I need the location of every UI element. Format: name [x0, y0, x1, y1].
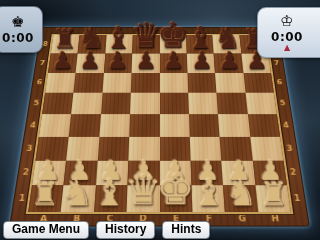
file-label-g: G: [225, 212, 259, 227]
piece-white-rook[interactable]: ♜: [30, 179, 59, 211]
square-c4[interactable]: [99, 114, 130, 136]
square-a5[interactable]: [42, 93, 74, 114]
square-f1[interactable]: ♝: [191, 185, 225, 212]
square-c5[interactable]: [101, 93, 131, 114]
turn-indicator-icon: ▲: [284, 45, 290, 51]
square-b5[interactable]: [71, 93, 102, 114]
rank-label-6: 6: [271, 73, 288, 93]
piece-white-knight[interactable]: ♞: [62, 175, 94, 211]
square-d6[interactable]: [131, 73, 160, 93]
square-e4[interactable]: [160, 114, 190, 136]
piece-white-bishop[interactable]: ♝: [94, 174, 127, 211]
square-f5[interactable]: [188, 93, 218, 114]
piece-white-knight[interactable]: ♞: [225, 175, 257, 211]
square-h6[interactable]: [243, 73, 274, 93]
bottom-menu-bar: Game Menu History Hints: [3, 221, 210, 239]
square-e7[interactable]: ♟: [160, 53, 188, 72]
square-f6[interactable]: [187, 73, 216, 93]
square-e5[interactable]: [160, 93, 189, 114]
square-d5[interactable]: [130, 93, 159, 114]
piece-white-king[interactable]: ♚: [157, 169, 195, 211]
white-king-icon: ♔: [280, 14, 293, 29]
piece-black-pawn[interactable]: ♟: [135, 48, 156, 72]
square-h4[interactable]: [248, 114, 281, 136]
square-h5[interactable]: [245, 93, 277, 114]
square-d4[interactable]: [129, 114, 159, 136]
white-clock-time: 0:00: [271, 30, 303, 44]
square-a1[interactable]: ♜: [28, 185, 64, 212]
board-scene: 87654321 87654321 ABCDEFGH ♜♞♝♛♚♝♞♜♟♟♟♟♟…: [27, 0, 292, 235]
square-b1[interactable]: ♞: [61, 185, 96, 212]
square-f7[interactable]: ♟: [187, 53, 216, 72]
square-c6[interactable]: [102, 73, 131, 93]
square-d7[interactable]: ♟: [132, 53, 160, 72]
square-c7[interactable]: ♟: [104, 53, 133, 72]
file-label-h: H: [258, 212, 293, 227]
game-menu-button[interactable]: Game Menu: [3, 221, 89, 239]
square-e1[interactable]: ♚: [160, 185, 193, 212]
history-button[interactable]: History: [96, 221, 155, 239]
piece-black-pawn[interactable]: ♟: [51, 48, 72, 72]
piece-black-pawn[interactable]: ♟: [218, 48, 239, 72]
square-d1[interactable]: ♛: [127, 185, 160, 212]
board-grid[interactable]: ♜♞♝♛♚♝♞♜♟♟♟♟♟♟♟♟♟♟♟♟♟♟♟♟♜♞♝♛♚♝♞♜: [28, 35, 291, 212]
square-c1[interactable]: ♝: [94, 185, 128, 212]
piece-black-pawn[interactable]: ♟: [163, 48, 184, 72]
piece-black-pawn[interactable]: ♟: [191, 48, 212, 72]
square-g5[interactable]: [217, 93, 248, 114]
square-g1[interactable]: ♞: [223, 185, 258, 212]
square-b4[interactable]: [69, 114, 101, 136]
piece-black-pawn[interactable]: ♟: [79, 48, 100, 72]
square-a6[interactable]: [45, 73, 76, 93]
square-b7[interactable]: ♟: [76, 53, 105, 72]
black-king-icon: ♚: [11, 15, 24, 30]
piece-white-rook[interactable]: ♜: [260, 179, 289, 211]
square-b6[interactable]: [74, 73, 104, 93]
square-a4[interactable]: [39, 114, 72, 136]
white-clock: ♔ 0:00 ▲: [257, 7, 320, 58]
square-h1[interactable]: ♜: [255, 185, 291, 212]
square-g7[interactable]: ♟: [214, 53, 243, 72]
piece-white-bishop[interactable]: ♝: [192, 174, 225, 211]
square-f4[interactable]: [189, 114, 220, 136]
square-g4[interactable]: [218, 114, 250, 136]
black-clock: ♚ 0:00: [0, 6, 43, 53]
square-g6[interactable]: [215, 73, 245, 93]
hints-button[interactable]: Hints: [162, 221, 210, 239]
piece-black-pawn[interactable]: ♟: [107, 48, 128, 72]
square-e6[interactable]: [160, 73, 189, 93]
black-clock-time: 0:00: [2, 31, 34, 45]
square-a7[interactable]: ♟: [48, 53, 78, 72]
